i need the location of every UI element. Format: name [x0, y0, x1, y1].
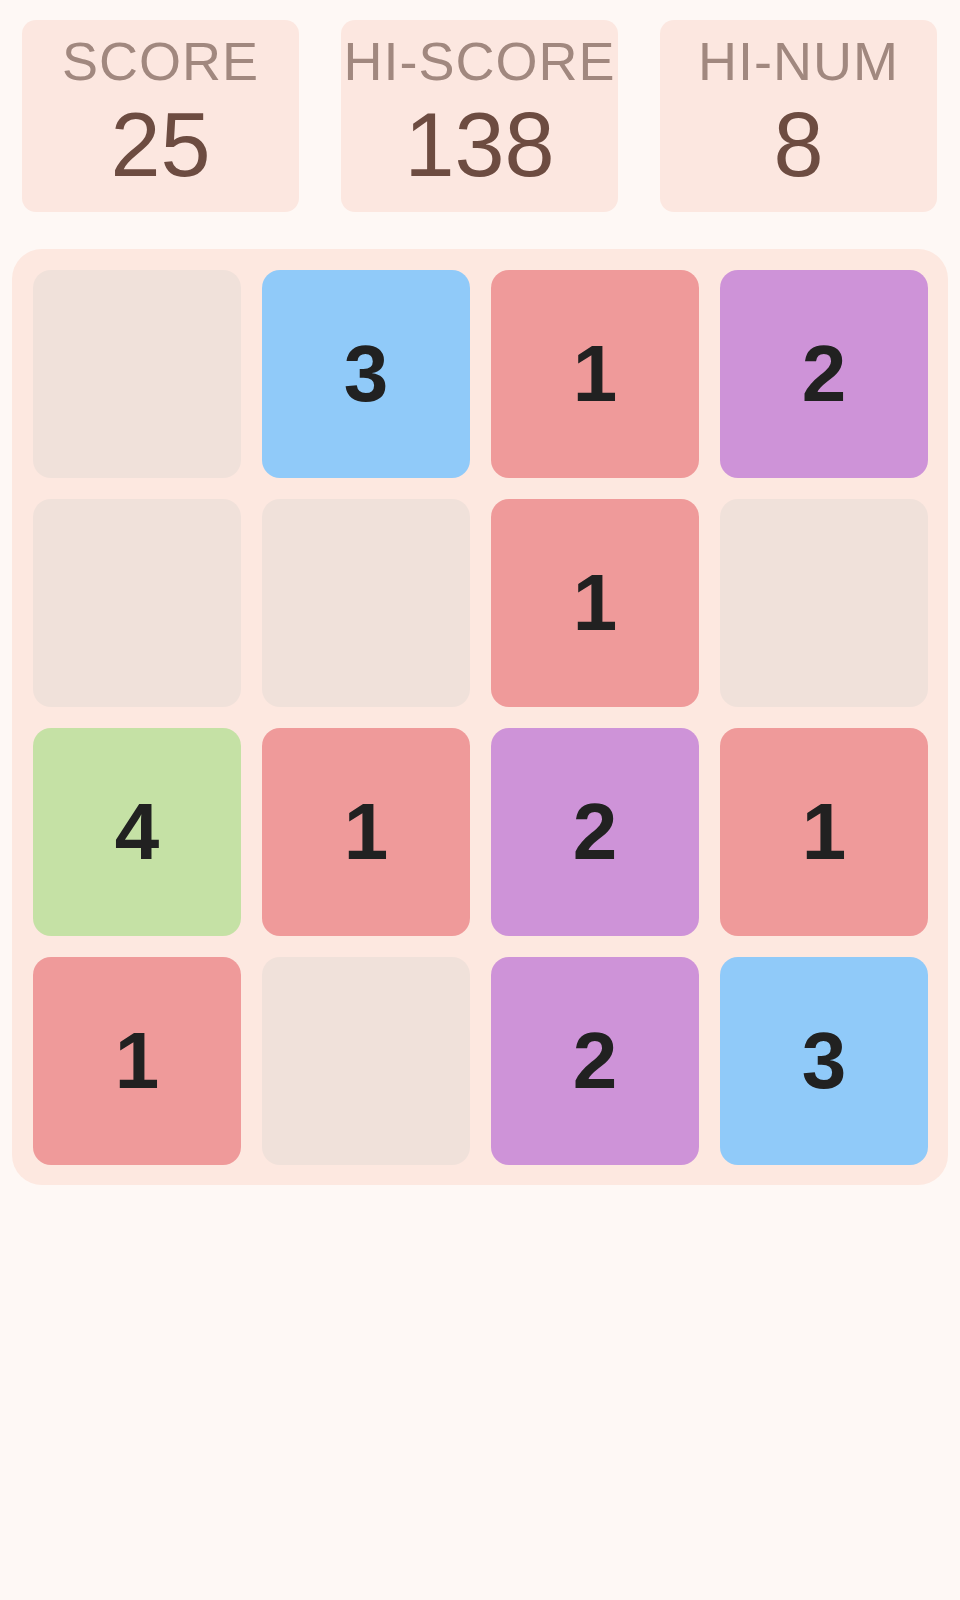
- tile-3-r4c4: 3: [720, 957, 928, 1165]
- empty-cell-r1c1: [33, 270, 241, 478]
- empty-cell-r2c1: [33, 499, 241, 707]
- game-board[interactable]: 31214121123: [12, 249, 948, 1185]
- tile-1-r3c4: 1: [720, 728, 928, 936]
- empty-cell-r2c4: [720, 499, 928, 707]
- tile-1-r4c1: 1: [33, 957, 241, 1165]
- hi-num-label: HI-NUM: [660, 30, 937, 92]
- tile-4-r3c1: 4: [33, 728, 241, 936]
- tile-1-r1c3: 1: [491, 270, 699, 478]
- hi-score-panel: HI-SCORE 138: [341, 20, 618, 212]
- score-panel: SCORE 25: [22, 20, 299, 212]
- tile-3-r1c2: 3: [262, 270, 470, 478]
- tile-1-r2c3: 1: [491, 499, 699, 707]
- hi-score-value: 138: [341, 92, 618, 198]
- tile-2-r3c3: 2: [491, 728, 699, 936]
- score-label: SCORE: [22, 30, 299, 92]
- empty-cell-r4c2: [262, 957, 470, 1165]
- hi-num-panel: HI-NUM 8: [660, 20, 937, 212]
- tile-1-r3c2: 1: [262, 728, 470, 936]
- tile-2-r1c4: 2: [720, 270, 928, 478]
- score-value: 25: [22, 92, 299, 198]
- hi-score-label: HI-SCORE: [341, 30, 618, 92]
- empty-cell-r2c2: [262, 499, 470, 707]
- hi-num-value: 8: [660, 92, 937, 198]
- score-header: SCORE 25 HI-SCORE 138 HI-NUM 8: [22, 20, 937, 212]
- app-screen: { "game": "2048-style number merge puzzl…: [0, 0, 960, 1600]
- tile-2-r4c3: 2: [491, 957, 699, 1165]
